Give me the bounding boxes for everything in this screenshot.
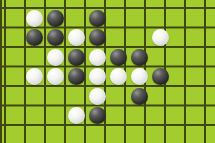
white-stone xyxy=(89,68,106,85)
white-stone xyxy=(26,68,43,85)
white-stone xyxy=(89,88,106,105)
black-stone xyxy=(68,68,85,85)
black-stone xyxy=(68,49,85,66)
black-stone xyxy=(47,10,64,27)
black-stone xyxy=(131,88,148,105)
white-stone xyxy=(110,68,127,85)
black-stone xyxy=(26,29,43,46)
white-stone xyxy=(47,49,64,66)
black-stone xyxy=(131,49,148,66)
white-stone xyxy=(89,49,106,66)
white-stone xyxy=(68,107,85,124)
black-stone xyxy=(110,49,127,66)
white-stone xyxy=(26,10,43,27)
white-stone xyxy=(68,29,85,46)
black-stone xyxy=(89,10,106,27)
stones-layer xyxy=(0,0,215,143)
black-stone xyxy=(152,68,169,85)
black-stone xyxy=(89,107,106,124)
black-stone xyxy=(47,29,64,46)
white-stone xyxy=(131,68,148,85)
white-stone xyxy=(47,68,64,85)
black-stone xyxy=(89,29,106,46)
gomoku-board[interactable] xyxy=(0,0,215,143)
white-stone xyxy=(152,29,169,46)
